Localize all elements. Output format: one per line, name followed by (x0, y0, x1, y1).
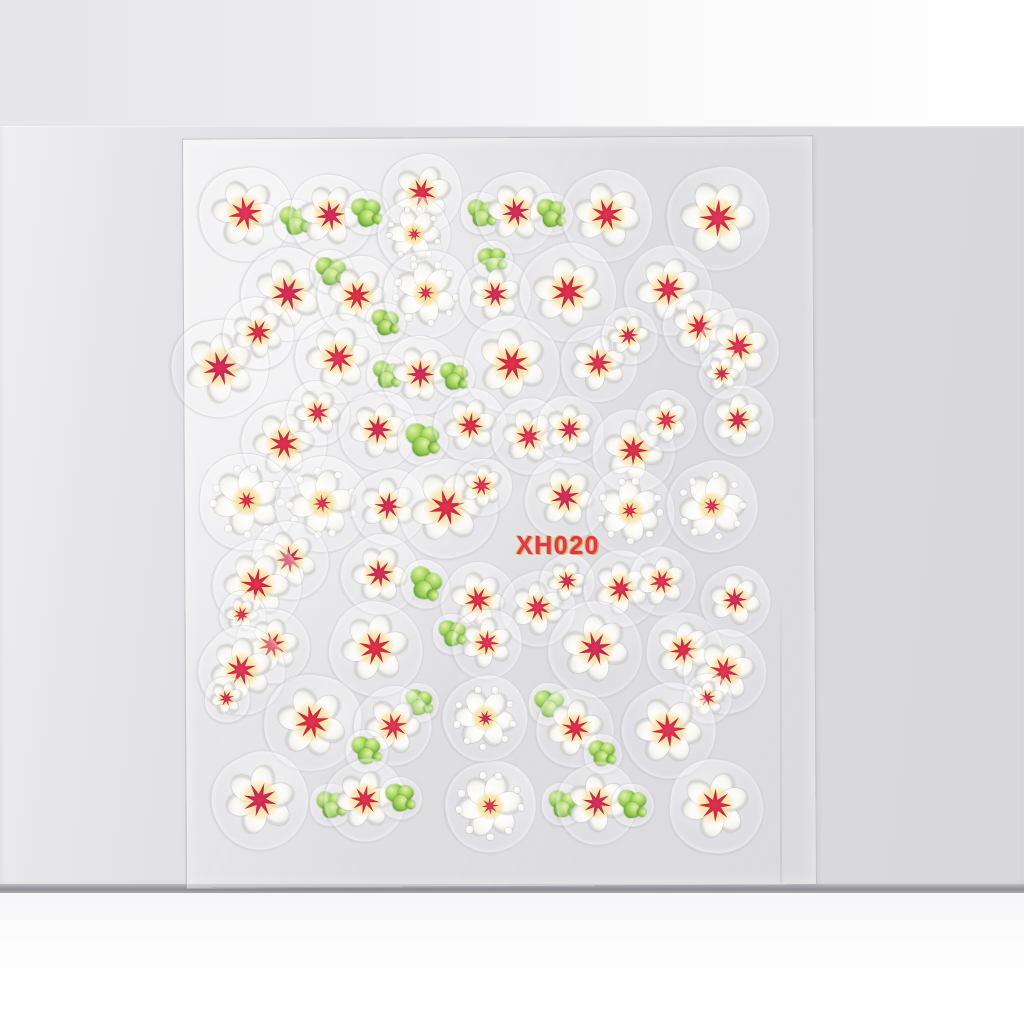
leaf-sticker (382, 779, 417, 814)
bead-dot (619, 479, 625, 485)
flower-sticker (547, 407, 592, 452)
bead-dot (244, 531, 251, 538)
bead-dot (431, 216, 436, 221)
bead-dot (405, 207, 410, 212)
bead-dot (654, 495, 660, 501)
leaf-sticker (614, 786, 649, 821)
bead-dot (632, 478, 638, 484)
flower-sticker (709, 574, 761, 626)
flower-sticker (680, 770, 750, 840)
flower-sticker (225, 765, 294, 834)
bead-dot (464, 738, 470, 744)
bead-dot (435, 262, 441, 268)
bead-dot (600, 494, 606, 500)
flower-sticker (549, 563, 585, 599)
bead-dot (681, 517, 689, 525)
flower-sticker (460, 776, 520, 836)
flower-sticker (467, 267, 522, 322)
flower-sticker (646, 400, 686, 440)
bead-dot (458, 790, 465, 797)
flower-sticker (341, 614, 408, 681)
bead-dot (657, 509, 663, 515)
bead-dot (627, 538, 633, 544)
bead-dot (225, 525, 232, 532)
flower-sticker (297, 392, 339, 434)
flower-sticker (446, 401, 494, 449)
flower-sticker (463, 620, 509, 666)
bead-dot (234, 466, 241, 473)
bead-dot (417, 207, 422, 212)
bead-dot (393, 294, 399, 300)
flower-sticker (463, 467, 501, 505)
bead-dot (608, 531, 614, 537)
flower-sticker (610, 317, 647, 354)
bead-dot (446, 310, 452, 316)
bead-dot (388, 222, 393, 227)
flower-sticker (677, 471, 747, 541)
bead-dot (405, 314, 411, 320)
flower-sticker (457, 690, 513, 746)
bead-dot (731, 481, 739, 489)
flower-sticker (715, 397, 761, 443)
bead-dot (487, 834, 494, 841)
bead-dot (492, 687, 498, 693)
bead-dot (514, 787, 521, 794)
flower-sticker (212, 683, 242, 713)
flower-sticker (234, 308, 282, 356)
bead-dot (734, 520, 742, 528)
bead-dot (680, 489, 688, 497)
bead-dot (505, 828, 512, 835)
bead-dot (395, 279, 401, 285)
bead-dot (502, 736, 508, 742)
flower-sticker (679, 179, 758, 258)
bead-dot (454, 721, 460, 727)
bead-dot (691, 528, 699, 536)
bead-dot (428, 320, 434, 326)
bead-dot (213, 485, 220, 492)
bead-dot (386, 233, 391, 238)
bead-dot (466, 826, 473, 833)
bead-dot (598, 516, 604, 522)
bead-dot (411, 262, 417, 268)
flower-sticker (397, 264, 455, 322)
stickers-layer (0, 0, 1024, 1024)
bead-dot (646, 531, 652, 537)
bead-dot (507, 701, 513, 707)
flower-sticker (536, 260, 600, 324)
photo: XH020 (0, 0, 1024, 1024)
bead-dot (328, 529, 336, 537)
bead-dot (480, 772, 487, 779)
flower-sticker (639, 559, 684, 604)
flower-sticker (210, 178, 280, 248)
flower-sticker (354, 548, 406, 600)
product-code-label: XH020 (516, 531, 600, 560)
flower-sticker (601, 482, 659, 540)
bead-dot (495, 773, 502, 780)
bead-dot (475, 687, 481, 693)
bead-dot (210, 500, 217, 507)
bead-dot (446, 271, 452, 277)
